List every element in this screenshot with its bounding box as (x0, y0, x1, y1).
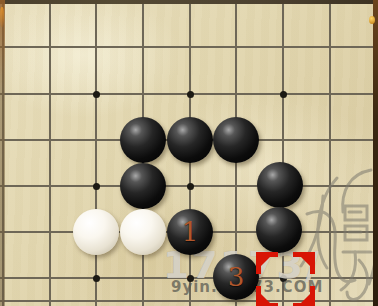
black-stone-move-1: 1 (167, 209, 213, 255)
hoshi-point (187, 91, 194, 98)
frame-right-edge (373, 0, 378, 306)
move-number: 1 (182, 219, 199, 245)
marker-corner-flare (261, 257, 270, 266)
black-stone-move-3: 3 (213, 254, 259, 300)
white-stone (73, 209, 119, 255)
black-stone (167, 117, 213, 163)
hoshi-point (93, 183, 100, 190)
black-stone (257, 162, 303, 208)
marker-corner-flare (301, 294, 310, 303)
go-game-screenshot: 17173/ 9yin.17173.COM 13 (0, 0, 378, 306)
black-stone (120, 163, 166, 209)
black-stone (213, 117, 259, 163)
marker-corner-br (293, 286, 315, 306)
marker-corner-bl (256, 286, 278, 306)
marker-corner-tr (293, 252, 315, 274)
hoshi-point (187, 183, 194, 190)
go-board[interactable]: 17173/ 9yin.17173.COM 13 (0, 0, 378, 306)
gold-curl-ornament-icon (0, 7, 4, 27)
frame-top-edge (0, 0, 378, 4)
grid-line-h-1 (0, 46, 378, 48)
move-number: 3 (228, 264, 245, 290)
gold-bead-ornament-icon (368, 1, 377, 17)
gold-bead-small-ornament-icon (369, 16, 375, 24)
hoshi-point (93, 91, 100, 98)
marker-corner-tl (256, 252, 278, 274)
frame-left-edge (0, 0, 5, 306)
marker-corner-flare (261, 294, 270, 303)
marker-corner-flare (301, 257, 310, 266)
hoshi-point (93, 275, 100, 282)
black-stone (120, 117, 166, 163)
white-stone (120, 209, 166, 255)
hoshi-point (280, 91, 287, 98)
watermark-calligraphy-logo-icon (293, 148, 378, 306)
black-stone (256, 207, 302, 253)
